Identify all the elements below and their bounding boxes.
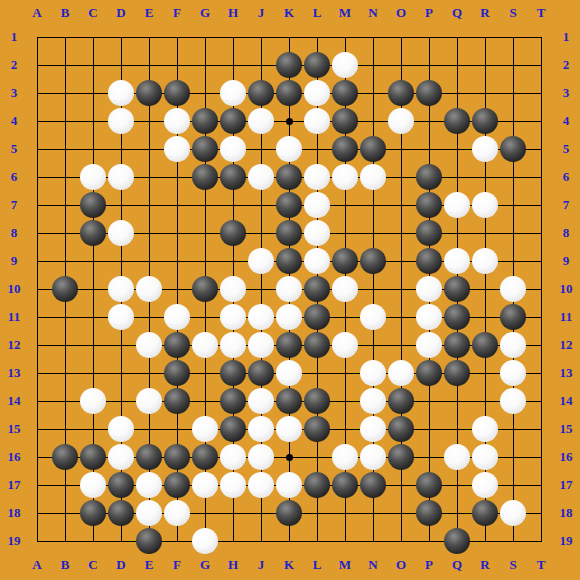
board-cell[interactable] [163,387,191,415]
board-cell[interactable] [191,275,219,303]
board-cell[interactable] [359,443,387,471]
board-cell[interactable] [499,387,527,415]
board-cell[interactable] [275,23,303,51]
board-cell[interactable] [275,471,303,499]
board-cell[interactable] [79,499,107,527]
board-cell[interactable] [443,107,471,135]
board-cell[interactable] [79,527,107,555]
board-cell[interactable] [303,471,331,499]
board-cell[interactable] [499,163,527,191]
board-cell[interactable] [471,191,499,219]
board-cell[interactable] [135,191,163,219]
board-cell[interactable] [527,247,555,275]
board-cell[interactable] [303,303,331,331]
board-cell[interactable] [415,79,443,107]
board-cell[interactable] [51,471,79,499]
board-cell[interactable] [303,247,331,275]
board-cell[interactable] [107,51,135,79]
board-cell[interactable] [107,387,135,415]
board-cell[interactable] [219,191,247,219]
board-cell[interactable] [163,359,191,387]
board-cell[interactable] [163,527,191,555]
board-cell[interactable] [107,135,135,163]
board-cell[interactable] [275,275,303,303]
board-cell[interactable] [23,471,51,499]
board-cell[interactable] [247,443,275,471]
board-cell[interactable] [499,499,527,527]
board-cell[interactable] [247,359,275,387]
board-cell[interactable] [331,107,359,135]
board-cell[interactable] [275,443,303,471]
board-cell[interactable] [303,331,331,359]
board-cell[interactable] [219,387,247,415]
board-cell[interactable] [247,331,275,359]
board-cell[interactable] [275,191,303,219]
board-cell[interactable] [387,471,415,499]
board-cell[interactable] [275,135,303,163]
board-cell[interactable] [527,527,555,555]
board-cell[interactable] [471,471,499,499]
board-cell[interactable] [359,135,387,163]
board-cell[interactable] [219,443,247,471]
board-cell[interactable] [247,471,275,499]
board-cell[interactable] [135,51,163,79]
board-cell[interactable] [387,499,415,527]
board-cell[interactable] [471,107,499,135]
board-cell[interactable] [79,247,107,275]
board-cell[interactable] [51,247,79,275]
board-cell[interactable] [135,303,163,331]
board-cell[interactable] [247,51,275,79]
board-cell[interactable] [79,303,107,331]
board-cell[interactable] [303,499,331,527]
board-cell[interactable] [471,499,499,527]
board-cell[interactable] [415,135,443,163]
board-cell[interactable] [359,23,387,51]
board-cell[interactable] [107,219,135,247]
board-cell[interactable] [219,247,247,275]
board-cell[interactable] [23,247,51,275]
board-cell[interactable] [359,247,387,275]
board-cell[interactable] [247,219,275,247]
board-cell[interactable] [415,303,443,331]
board-cell[interactable] [275,163,303,191]
board-cell[interactable] [331,387,359,415]
board-cell[interactable] [359,331,387,359]
board-cell[interactable] [443,359,471,387]
board-cell[interactable] [387,275,415,303]
board-cell[interactable] [415,359,443,387]
board-cell[interactable] [443,191,471,219]
board-cell[interactable] [219,107,247,135]
board-cell[interactable] [163,247,191,275]
board-cell[interactable] [163,275,191,303]
board-cell[interactable] [443,303,471,331]
board-cell[interactable] [163,219,191,247]
board-cell[interactable] [135,275,163,303]
board-cell[interactable] [191,303,219,331]
board-cell[interactable] [499,219,527,247]
board-cell[interactable] [471,23,499,51]
board-cell[interactable] [359,275,387,303]
board-cell[interactable] [443,79,471,107]
board-cell[interactable] [527,79,555,107]
board-cell[interactable] [331,303,359,331]
board-cell[interactable] [415,331,443,359]
board-cell[interactable] [527,135,555,163]
board-cell[interactable] [163,107,191,135]
board-cell[interactable] [331,79,359,107]
board-cell[interactable] [415,51,443,79]
board-cell[interactable] [387,23,415,51]
board-cell[interactable] [275,387,303,415]
board-cell[interactable] [163,331,191,359]
board-cell[interactable] [359,51,387,79]
board-cell[interactable] [219,135,247,163]
board-cell[interactable] [191,135,219,163]
board-cell[interactable] [23,303,51,331]
board-cell[interactable] [51,191,79,219]
board-cell[interactable] [527,107,555,135]
board-cell[interactable] [387,443,415,471]
board-cell[interactable] [247,275,275,303]
board-cell[interactable] [79,331,107,359]
board-cell[interactable] [191,191,219,219]
board-cell[interactable] [51,499,79,527]
board-cell[interactable] [247,79,275,107]
board-cell[interactable] [443,499,471,527]
board-cell[interactable] [23,51,51,79]
board-cell[interactable] [51,527,79,555]
board-cell[interactable] [387,387,415,415]
board-cell[interactable] [247,135,275,163]
board-cell[interactable] [499,331,527,359]
board-cell[interactable] [23,387,51,415]
board-cell[interactable] [499,415,527,443]
board-cell[interactable] [331,359,359,387]
board-cell[interactable] [527,163,555,191]
board-cell[interactable] [387,303,415,331]
board-cell[interactable] [443,163,471,191]
board-cell[interactable] [23,191,51,219]
board-cell[interactable] [331,527,359,555]
board-cell[interactable] [471,51,499,79]
board-cell[interactable] [443,387,471,415]
board-cell[interactable] [219,219,247,247]
board-cell[interactable] [247,303,275,331]
board-cell[interactable] [415,387,443,415]
board-cell[interactable] [303,415,331,443]
board-cell[interactable] [387,79,415,107]
board-cell[interactable] [219,527,247,555]
board-cell[interactable] [51,359,79,387]
board-cell[interactable] [51,387,79,415]
board-cell[interactable] [79,79,107,107]
board-cell[interactable] [23,499,51,527]
board-cell[interactable] [135,387,163,415]
board-cell[interactable] [79,219,107,247]
board-cell[interactable] [387,191,415,219]
board-cell[interactable] [51,79,79,107]
board-cell[interactable] [359,163,387,191]
board-cell[interactable] [79,471,107,499]
board-cell[interactable] [219,79,247,107]
board-cell[interactable] [135,247,163,275]
board-cell[interactable] [471,303,499,331]
board-cell[interactable] [275,331,303,359]
board-cell[interactable] [51,23,79,51]
board-cell[interactable] [387,163,415,191]
board-cell[interactable] [191,471,219,499]
board-cell[interactable] [247,247,275,275]
board-cell[interactable] [443,415,471,443]
board-cell[interactable] [23,219,51,247]
board-cell[interactable] [527,499,555,527]
board-cell[interactable] [163,303,191,331]
board-cell[interactable] [275,303,303,331]
board-cell[interactable] [135,527,163,555]
board-cell[interactable] [51,51,79,79]
board-cell[interactable] [163,135,191,163]
board-cell[interactable] [275,51,303,79]
board-cell[interactable] [275,219,303,247]
board-cell[interactable] [527,415,555,443]
board-cell[interactable] [499,471,527,499]
board-cell[interactable] [107,23,135,51]
board-cell[interactable] [79,23,107,51]
board-cell[interactable] [219,471,247,499]
board-cell[interactable] [499,51,527,79]
board-cell[interactable] [247,387,275,415]
board-cell[interactable] [51,163,79,191]
board-cell[interactable] [359,471,387,499]
board-cell[interactable] [443,471,471,499]
board-cell[interactable] [23,135,51,163]
board-cell[interactable] [415,163,443,191]
board-cell[interactable] [471,331,499,359]
board-cell[interactable] [163,499,191,527]
board-cell[interactable] [471,359,499,387]
board-cell[interactable] [79,135,107,163]
board-cell[interactable] [219,23,247,51]
board-cell[interactable] [191,51,219,79]
board-cell[interactable] [527,471,555,499]
board-cell[interactable] [163,415,191,443]
board-cell[interactable] [527,219,555,247]
board-cell[interactable] [275,415,303,443]
board-cell[interactable] [107,275,135,303]
board-cell[interactable] [163,23,191,51]
board-cell[interactable] [443,23,471,51]
board-cell[interactable] [415,471,443,499]
board-cell[interactable] [79,191,107,219]
board-cell[interactable] [275,527,303,555]
board-cell[interactable] [191,443,219,471]
board-cell[interactable] [191,219,219,247]
board-cell[interactable] [23,331,51,359]
board-cell[interactable] [331,471,359,499]
board-cell[interactable] [107,331,135,359]
board-cell[interactable] [415,23,443,51]
board-cell[interactable] [387,219,415,247]
board-cell[interactable] [415,247,443,275]
board-cell[interactable] [51,219,79,247]
board-cell[interactable] [415,275,443,303]
board-cell[interactable] [331,23,359,51]
board-cell[interactable] [527,191,555,219]
board-cell[interactable] [135,135,163,163]
board-cell[interactable] [275,247,303,275]
board-cell[interactable] [331,499,359,527]
board-cell[interactable] [23,527,51,555]
board-cell[interactable] [471,527,499,555]
board-cell[interactable] [415,499,443,527]
board-cell[interactable] [79,51,107,79]
board-cell[interactable] [331,275,359,303]
board-cell[interactable] [191,247,219,275]
board-cell[interactable] [499,303,527,331]
board-cell[interactable] [443,135,471,163]
board-cell[interactable] [527,331,555,359]
board-cell[interactable] [135,443,163,471]
board-cell[interactable] [135,499,163,527]
board-cell[interactable] [359,359,387,387]
board-cell[interactable] [135,79,163,107]
board-cell[interactable] [191,527,219,555]
board-cell[interactable] [51,443,79,471]
board-cell[interactable] [331,443,359,471]
board-cell[interactable] [135,23,163,51]
board-cell[interactable] [359,219,387,247]
board-cell[interactable] [359,191,387,219]
board-cell[interactable] [443,247,471,275]
board-cell[interactable] [107,527,135,555]
board-cell[interactable] [107,471,135,499]
board-cell[interactable] [51,275,79,303]
board-cell[interactable] [387,527,415,555]
board-cell[interactable] [23,443,51,471]
board-cell[interactable] [23,415,51,443]
board-cell[interactable] [107,79,135,107]
board-cell[interactable] [415,527,443,555]
board-cell[interactable] [107,303,135,331]
board-cell[interactable] [23,275,51,303]
board-cell[interactable] [443,219,471,247]
board-cell[interactable] [387,135,415,163]
board-cell[interactable] [471,443,499,471]
board-cell[interactable] [499,527,527,555]
board-cell[interactable] [303,23,331,51]
board-cell[interactable] [443,51,471,79]
board-cell[interactable] [415,219,443,247]
board-cell[interactable] [359,387,387,415]
board-cell[interactable] [387,331,415,359]
board-cell[interactable] [359,415,387,443]
board-cell[interactable] [415,443,443,471]
board-cell[interactable] [331,331,359,359]
board-cell[interactable] [303,79,331,107]
board-cell[interactable] [443,527,471,555]
board-cell[interactable] [51,303,79,331]
board-cell[interactable] [163,443,191,471]
board-cell[interactable] [499,79,527,107]
board-cell[interactable] [191,107,219,135]
board-cell[interactable] [387,107,415,135]
board-cell[interactable] [527,23,555,51]
board-cell[interactable] [527,303,555,331]
board-cell[interactable] [499,443,527,471]
board-cell[interactable] [275,499,303,527]
board-cell[interactable] [499,135,527,163]
board-cell[interactable] [191,331,219,359]
board-cell[interactable] [79,107,107,135]
board-cell[interactable] [247,107,275,135]
board-cell[interactable] [219,499,247,527]
board-cell[interactable] [107,191,135,219]
board-cell[interactable] [499,23,527,51]
board-cell[interactable] [303,191,331,219]
board-cell[interactable] [247,527,275,555]
board-cell[interactable] [527,51,555,79]
board-cell[interactable] [331,163,359,191]
board-cell[interactable] [163,191,191,219]
board-cell[interactable] [79,275,107,303]
board-cell[interactable] [135,163,163,191]
board-cell[interactable] [499,191,527,219]
board-cell[interactable] [191,163,219,191]
board-cell[interactable] [331,247,359,275]
board-cell[interactable] [51,331,79,359]
board-cell[interactable] [163,79,191,107]
board-cell[interactable] [331,219,359,247]
board-cell[interactable] [191,359,219,387]
board-cell[interactable] [79,387,107,415]
board-cell[interactable] [23,23,51,51]
board-cell[interactable] [79,443,107,471]
board-cell[interactable] [331,191,359,219]
board-cell[interactable] [471,387,499,415]
board-cell[interactable] [303,527,331,555]
board-cell[interactable] [135,107,163,135]
board-cell[interactable] [275,359,303,387]
board-cell[interactable] [107,415,135,443]
board-cell[interactable] [471,219,499,247]
board-cell[interactable] [359,527,387,555]
board-cell[interactable] [79,415,107,443]
board-cell[interactable] [387,247,415,275]
board-cell[interactable] [247,499,275,527]
board-cell[interactable] [499,107,527,135]
board-cell[interactable] [303,359,331,387]
board-cell[interactable] [275,107,303,135]
board-cell[interactable] [219,275,247,303]
board-cell[interactable] [331,135,359,163]
board-cell[interactable] [219,163,247,191]
board-cell[interactable] [219,331,247,359]
board-cell[interactable] [107,443,135,471]
board-cell[interactable] [415,107,443,135]
board-cell[interactable] [51,415,79,443]
board-cell[interactable] [331,415,359,443]
board-cell[interactable] [51,135,79,163]
board-cell[interactable] [387,415,415,443]
board-cell[interactable] [23,163,51,191]
board-cell[interactable] [135,219,163,247]
board-cell[interactable] [527,359,555,387]
board-cell[interactable] [303,387,331,415]
board-cell[interactable] [219,415,247,443]
board-cell[interactable] [79,163,107,191]
